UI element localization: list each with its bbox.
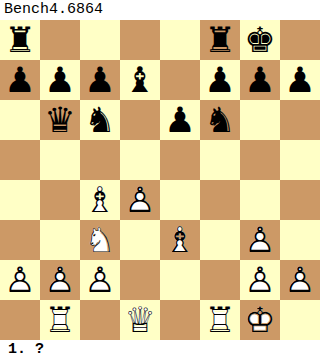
piece-black-pawn: ♟ <box>40 60 80 100</box>
piece-black-pawn: ♟ <box>240 60 280 100</box>
square-b1[interactable]: ♜♖ <box>40 300 80 340</box>
square-f3[interactable] <box>200 220 240 260</box>
piece-white-pawn: ♟♙ <box>240 260 280 300</box>
square-a8[interactable]: ♜ <box>0 20 40 60</box>
square-g1[interactable]: ♚♔ <box>240 300 280 340</box>
square-g3[interactable]: ♟♙ <box>240 220 280 260</box>
piece-white-pawn: ♟♙ <box>120 180 160 220</box>
piece-black-pawn: ♟ <box>160 100 200 140</box>
square-e2[interactable] <box>160 260 200 300</box>
square-a7[interactable]: ♟ <box>0 60 40 100</box>
square-b4[interactable] <box>40 180 80 220</box>
square-d6[interactable] <box>120 100 160 140</box>
square-c1[interactable] <box>80 300 120 340</box>
piece-white-pawn: ♟♙ <box>280 260 320 300</box>
square-f1[interactable]: ♜♖ <box>200 300 240 340</box>
square-c5[interactable] <box>80 140 120 180</box>
piece-black-king: ♚ <box>240 20 280 60</box>
move-prompt: 1. ? <box>0 340 320 360</box>
piece-black-bishop: ♝ <box>120 60 160 100</box>
piece-black-rook: ♜ <box>0 20 40 60</box>
piece-black-pawn: ♟ <box>280 60 320 100</box>
square-a1[interactable] <box>0 300 40 340</box>
piece-black-pawn: ♟ <box>80 60 120 100</box>
square-a6[interactable] <box>0 100 40 140</box>
square-c7[interactable]: ♟ <box>80 60 120 100</box>
piece-black-queen: ♛ <box>40 100 80 140</box>
square-e3[interactable]: ♝♗ <box>160 220 200 260</box>
square-c2[interactable]: ♟♙ <box>80 260 120 300</box>
window-title: Bench4.6864 <box>0 0 320 20</box>
square-a5[interactable] <box>0 140 40 180</box>
square-h1[interactable] <box>280 300 320 340</box>
square-d7[interactable]: ♝ <box>120 60 160 100</box>
square-g2[interactable]: ♟♙ <box>240 260 280 300</box>
square-d8[interactable] <box>120 20 160 60</box>
piece-black-pawn: ♟ <box>200 60 240 100</box>
square-c4[interactable]: ♝♗ <box>80 180 120 220</box>
square-b8[interactable] <box>40 20 80 60</box>
square-g7[interactable]: ♟ <box>240 60 280 100</box>
chess-app-window: Bench4.6864 ♜♜♚♟♟♟♝♟♟♟♛♞♟♞♝♗♟♙♞♘♝♗♟♙♟♙♟♙… <box>0 0 320 360</box>
square-d2[interactable] <box>120 260 160 300</box>
piece-black-knight: ♞ <box>80 100 120 140</box>
square-b6[interactable]: ♛ <box>40 100 80 140</box>
piece-white-bishop: ♝♗ <box>160 220 200 260</box>
square-a4[interactable] <box>0 180 40 220</box>
square-g5[interactable] <box>240 140 280 180</box>
square-b3[interactable] <box>40 220 80 260</box>
piece-white-pawn: ♟♙ <box>40 260 80 300</box>
square-f5[interactable] <box>200 140 240 180</box>
square-c6[interactable]: ♞ <box>80 100 120 140</box>
square-c8[interactable] <box>80 20 120 60</box>
piece-white-pawn: ♟♙ <box>0 260 40 300</box>
square-a3[interactable] <box>0 220 40 260</box>
square-d4[interactable]: ♟♙ <box>120 180 160 220</box>
square-f8[interactable]: ♜ <box>200 20 240 60</box>
square-e4[interactable] <box>160 180 200 220</box>
square-h5[interactable] <box>280 140 320 180</box>
square-b7[interactable]: ♟ <box>40 60 80 100</box>
square-c3[interactable]: ♞♘ <box>80 220 120 260</box>
square-h8[interactable] <box>280 20 320 60</box>
square-e6[interactable]: ♟ <box>160 100 200 140</box>
piece-black-rook: ♜ <box>200 20 240 60</box>
square-g6[interactable] <box>240 100 280 140</box>
square-b5[interactable] <box>40 140 80 180</box>
chess-board: ♜♜♚♟♟♟♝♟♟♟♛♞♟♞♝♗♟♙♞♘♝♗♟♙♟♙♟♙♟♙♟♙♟♙♜♖♛♕♜♖… <box>0 20 320 340</box>
piece-white-king: ♚♔ <box>240 300 280 340</box>
square-f2[interactable] <box>200 260 240 300</box>
piece-white-queen: ♛♕ <box>120 300 160 340</box>
square-d5[interactable] <box>120 140 160 180</box>
square-h4[interactable] <box>280 180 320 220</box>
square-g8[interactable]: ♚ <box>240 20 280 60</box>
square-f7[interactable]: ♟ <box>200 60 240 100</box>
square-h6[interactable] <box>280 100 320 140</box>
piece-white-pawn: ♟♙ <box>240 220 280 260</box>
square-e5[interactable] <box>160 140 200 180</box>
piece-white-knight: ♞♘ <box>80 220 120 260</box>
square-a2[interactable]: ♟♙ <box>0 260 40 300</box>
square-d3[interactable] <box>120 220 160 260</box>
square-e7[interactable] <box>160 60 200 100</box>
square-e1[interactable] <box>160 300 200 340</box>
piece-black-pawn: ♟ <box>0 60 40 100</box>
square-f4[interactable] <box>200 180 240 220</box>
square-h3[interactable] <box>280 220 320 260</box>
piece-black-knight: ♞ <box>200 100 240 140</box>
square-e8[interactable] <box>160 20 200 60</box>
piece-white-bishop: ♝♗ <box>80 180 120 220</box>
square-h7[interactable]: ♟ <box>280 60 320 100</box>
square-b2[interactable]: ♟♙ <box>40 260 80 300</box>
square-g4[interactable] <box>240 180 280 220</box>
piece-white-rook: ♜♖ <box>40 300 80 340</box>
square-f6[interactable]: ♞ <box>200 100 240 140</box>
piece-white-rook: ♜♖ <box>200 300 240 340</box>
square-d1[interactable]: ♛♕ <box>120 300 160 340</box>
piece-white-pawn: ♟♙ <box>80 260 120 300</box>
square-h2[interactable]: ♟♙ <box>280 260 320 300</box>
